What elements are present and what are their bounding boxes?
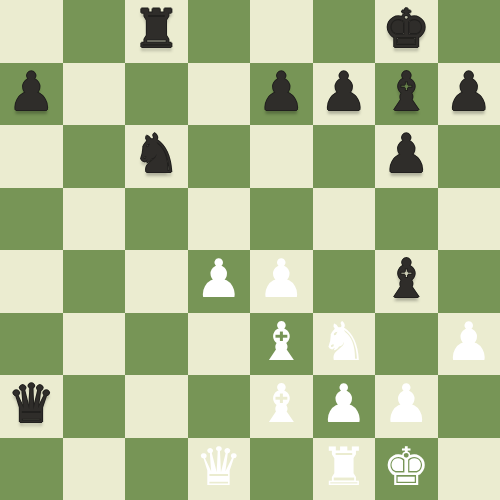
- white-pawn-icon[interactable]: ♟: [195, 250, 243, 311]
- black-rook-icon[interactable]: ♜: [132, 0, 180, 61]
- square-c4[interactable]: [125, 250, 188, 313]
- square-b3[interactable]: [63, 313, 126, 376]
- square-a6[interactable]: [0, 125, 63, 188]
- square-b5[interactable]: [63, 188, 126, 251]
- black-pawn-icon[interactable]: ♟: [320, 63, 368, 124]
- square-f6[interactable]: [313, 125, 376, 188]
- square-g1[interactable]: ♚: [375, 438, 438, 500]
- square-g8[interactable]: ♚: [375, 0, 438, 63]
- white-rook-icon[interactable]: ♜: [320, 438, 368, 499]
- square-e4[interactable]: ♟: [250, 250, 313, 313]
- square-d3[interactable]: [188, 313, 251, 376]
- square-d1[interactable]: ♛: [188, 438, 251, 500]
- square-h2[interactable]: [438, 375, 500, 438]
- square-e8[interactable]: [250, 0, 313, 63]
- square-c1[interactable]: [125, 438, 188, 500]
- square-e5[interactable]: [250, 188, 313, 251]
- white-pawn-icon[interactable]: ♟: [382, 375, 430, 436]
- square-c6[interactable]: ♞: [125, 125, 188, 188]
- square-e7[interactable]: ♟: [250, 63, 313, 126]
- white-pawn-icon[interactable]: ♟: [320, 375, 368, 436]
- square-c8[interactable]: ♜: [125, 0, 188, 63]
- square-g4[interactable]: ♝: [375, 250, 438, 313]
- square-a2[interactable]: ♛: [0, 375, 63, 438]
- square-g6[interactable]: ♟: [375, 125, 438, 188]
- square-h8[interactable]: [438, 0, 500, 63]
- square-g2[interactable]: ♟: [375, 375, 438, 438]
- square-c2[interactable]: [125, 375, 188, 438]
- square-d7[interactable]: [188, 63, 251, 126]
- white-bishop-icon[interactable]: ♝: [257, 375, 305, 436]
- white-knight-icon[interactable]: ♞: [320, 313, 368, 374]
- square-h5[interactable]: [438, 188, 500, 251]
- square-f7[interactable]: ♟: [313, 63, 376, 126]
- square-f8[interactable]: [313, 0, 376, 63]
- black-king-icon[interactable]: ♚: [382, 0, 430, 61]
- square-d8[interactable]: [188, 0, 251, 63]
- square-b7[interactable]: [63, 63, 126, 126]
- square-a3[interactable]: [0, 313, 63, 376]
- black-pawn-icon[interactable]: ♟: [7, 63, 55, 124]
- square-d2[interactable]: [188, 375, 251, 438]
- square-f2[interactable]: ♟: [313, 375, 376, 438]
- square-h4[interactable]: [438, 250, 500, 313]
- black-bishop-icon[interactable]: ♝: [382, 63, 430, 124]
- square-d5[interactable]: [188, 188, 251, 251]
- black-queen-icon[interactable]: ♛: [7, 375, 55, 436]
- square-g3[interactable]: [375, 313, 438, 376]
- black-pawn-icon[interactable]: ♟: [445, 63, 493, 124]
- square-f5[interactable]: [313, 188, 376, 251]
- square-e3[interactable]: ♝: [250, 313, 313, 376]
- square-b2[interactable]: [63, 375, 126, 438]
- square-a8[interactable]: [0, 0, 63, 63]
- black-pawn-icon[interactable]: ♟: [382, 125, 430, 186]
- white-king-icon[interactable]: ♚: [382, 438, 430, 499]
- white-queen-icon[interactable]: ♛: [195, 438, 243, 499]
- square-c7[interactable]: [125, 63, 188, 126]
- white-bishop-icon[interactable]: ♝: [257, 313, 305, 374]
- square-h7[interactable]: ♟: [438, 63, 500, 126]
- black-knight-icon[interactable]: ♞: [132, 125, 180, 186]
- white-pawn-icon[interactable]: ♟: [257, 250, 305, 311]
- chess-board: ♜♚♟♟♟♝♟♞♟♟♟♝♝♞♟♛♝♟♟♛♜♚: [0, 0, 500, 500]
- square-f1[interactable]: ♜: [313, 438, 376, 500]
- square-a5[interactable]: [0, 188, 63, 251]
- black-bishop-icon[interactable]: ♝: [382, 250, 430, 311]
- square-c3[interactable]: [125, 313, 188, 376]
- black-pawn-icon[interactable]: ♟: [257, 63, 305, 124]
- white-pawn-icon[interactable]: ♟: [445, 313, 493, 374]
- square-a1[interactable]: [0, 438, 63, 500]
- square-a7[interactable]: ♟: [0, 63, 63, 126]
- square-h3[interactable]: ♟: [438, 313, 500, 376]
- square-b6[interactable]: [63, 125, 126, 188]
- square-f3[interactable]: ♞: [313, 313, 376, 376]
- square-b8[interactable]: [63, 0, 126, 63]
- square-e1[interactable]: [250, 438, 313, 500]
- square-e2[interactable]: ♝: [250, 375, 313, 438]
- square-f4[interactable]: [313, 250, 376, 313]
- square-g5[interactable]: [375, 188, 438, 251]
- square-g7[interactable]: ♝: [375, 63, 438, 126]
- square-d4[interactable]: ♟: [188, 250, 251, 313]
- square-a4[interactable]: [0, 250, 63, 313]
- square-c5[interactable]: [125, 188, 188, 251]
- square-h6[interactable]: [438, 125, 500, 188]
- square-b4[interactable]: [63, 250, 126, 313]
- square-b1[interactable]: [63, 438, 126, 500]
- square-e6[interactable]: [250, 125, 313, 188]
- square-d6[interactable]: [188, 125, 251, 188]
- square-h1[interactable]: [438, 438, 500, 500]
